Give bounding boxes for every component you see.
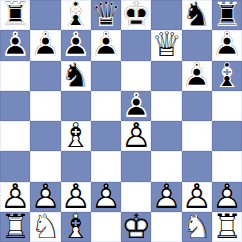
white-bishop-icon: ♗ xyxy=(61,121,91,151)
black-king-icon: ♔ xyxy=(121,0,151,30)
square-f8[interactable] xyxy=(151,0,181,30)
square-a2[interactable]: ♟♙ xyxy=(0,182,30,212)
square-b2[interactable]: ♟♙ xyxy=(30,182,60,212)
black-pawn-icon: ♙ xyxy=(212,30,242,60)
white-bishop-icon: ♗ xyxy=(61,212,91,242)
square-f4[interactable] xyxy=(151,121,181,151)
square-d5[interactable] xyxy=(91,91,121,121)
square-g7[interactable] xyxy=(182,30,212,60)
square-e7[interactable] xyxy=(121,30,151,60)
white-pawn-icon: ♙ xyxy=(121,121,151,151)
black-pawn-icon: ♙ xyxy=(121,91,151,121)
black-pawn-icon: ♙ xyxy=(0,30,30,60)
black-bishop-fill-icon: ♝ xyxy=(212,61,242,91)
square-c8[interactable]: ♝♗ xyxy=(61,0,91,30)
square-f6[interactable] xyxy=(151,61,181,91)
white-pawn-icon: ♙ xyxy=(0,182,30,212)
square-f7[interactable]: ♛♕ xyxy=(151,30,181,60)
square-c4[interactable]: ♝♗ xyxy=(61,121,91,151)
black-knight-fill-icon: ♞ xyxy=(182,0,212,30)
square-b8[interactable] xyxy=(30,0,60,30)
square-h3[interactable] xyxy=(212,151,242,181)
square-d7[interactable]: ♟♙ xyxy=(91,30,121,60)
square-h2[interactable]: ♟♙ xyxy=(212,182,242,212)
black-pawn-icon: ♙ xyxy=(182,61,212,91)
square-c2[interactable]: ♟♙ xyxy=(61,182,91,212)
square-b1[interactable]: ♞♘ xyxy=(30,212,60,242)
white-pawn-fill-icon: ♟ xyxy=(121,121,151,151)
white-knight-icon: ♘ xyxy=(182,212,212,242)
square-a7[interactable]: ♟♙ xyxy=(0,30,30,60)
square-a5[interactable] xyxy=(0,91,30,121)
square-h1[interactable]: ♜♖ xyxy=(212,212,242,242)
black-pawn-fill-icon: ♟ xyxy=(91,30,121,60)
white-pawn-icon: ♙ xyxy=(91,182,121,212)
white-knight-icon: ♘ xyxy=(30,212,60,242)
square-e1[interactable]: ♚♔ xyxy=(121,212,151,242)
square-a8[interactable]: ♜♖ xyxy=(0,0,30,30)
black-pawn-fill-icon: ♟ xyxy=(182,61,212,91)
black-knight-icon: ♘ xyxy=(61,61,91,91)
black-pawn-fill-icon: ♟ xyxy=(121,91,151,121)
square-h6[interactable]: ♝♗ xyxy=(212,61,242,91)
white-rook-icon: ♖ xyxy=(0,212,30,242)
square-c6[interactable]: ♞♘ xyxy=(61,61,91,91)
white-queen-icon: ♕ xyxy=(151,30,181,60)
white-rook-fill-icon: ♜ xyxy=(212,212,242,242)
square-h5[interactable] xyxy=(212,91,242,121)
square-d1[interactable] xyxy=(91,212,121,242)
square-g2[interactable]: ♟♙ xyxy=(182,182,212,212)
square-e6[interactable] xyxy=(121,61,151,91)
white-pawn-fill-icon: ♟ xyxy=(151,182,181,212)
square-e5[interactable]: ♟♙ xyxy=(121,91,151,121)
white-queen-fill-icon: ♛ xyxy=(151,30,181,60)
white-pawn-fill-icon: ♟ xyxy=(30,182,60,212)
black-pawn-icon: ♙ xyxy=(61,30,91,60)
square-a1[interactable]: ♜♖ xyxy=(0,212,30,242)
square-h4[interactable] xyxy=(212,121,242,151)
square-b6[interactable] xyxy=(30,61,60,91)
square-g1[interactable]: ♞♘ xyxy=(182,212,212,242)
square-d3[interactable] xyxy=(91,151,121,181)
black-bishop-icon: ♗ xyxy=(212,61,242,91)
white-pawn-icon: ♙ xyxy=(30,182,60,212)
black-queen-fill-icon: ♛ xyxy=(91,0,121,30)
white-king-icon: ♔ xyxy=(121,212,151,242)
black-pawn-icon: ♙ xyxy=(30,30,60,60)
black-rook-icon: ♖ xyxy=(0,0,30,30)
square-g6[interactable]: ♟♙ xyxy=(182,61,212,91)
square-c7[interactable]: ♟♙ xyxy=(61,30,91,60)
square-f5[interactable] xyxy=(151,91,181,121)
square-d6[interactable] xyxy=(91,61,121,91)
square-h8[interactable]: ♜♖ xyxy=(212,0,242,30)
square-e4[interactable]: ♟♙ xyxy=(121,121,151,151)
square-a4[interactable] xyxy=(0,121,30,151)
square-g4[interactable] xyxy=(182,121,212,151)
square-c1[interactable]: ♝♗ xyxy=(61,212,91,242)
square-e3[interactable] xyxy=(121,151,151,181)
black-king-fill-icon: ♚ xyxy=(121,0,151,30)
square-d4[interactable] xyxy=(91,121,121,151)
square-f2[interactable]: ♟♙ xyxy=(151,182,181,212)
white-knight-fill-icon: ♞ xyxy=(182,212,212,242)
square-g3[interactable] xyxy=(182,151,212,181)
white-knight-fill-icon: ♞ xyxy=(30,212,60,242)
square-c3[interactable] xyxy=(61,151,91,181)
white-king-fill-icon: ♚ xyxy=(121,212,151,242)
square-b5[interactable] xyxy=(30,91,60,121)
black-rook-icon: ♖ xyxy=(212,0,242,30)
square-b4[interactable] xyxy=(30,121,60,151)
white-pawn-icon: ♙ xyxy=(151,182,181,212)
black-pawn-icon: ♙ xyxy=(91,30,121,60)
square-d2[interactable]: ♟♙ xyxy=(91,182,121,212)
white-bishop-fill-icon: ♝ xyxy=(61,212,91,242)
white-pawn-fill-icon: ♟ xyxy=(91,182,121,212)
square-f3[interactable] xyxy=(151,151,181,181)
black-queen-icon: ♕ xyxy=(91,0,121,30)
white-pawn-fill-icon: ♟ xyxy=(212,182,242,212)
black-knight-fill-icon: ♞ xyxy=(61,61,91,91)
black-knight-icon: ♘ xyxy=(182,0,212,30)
black-rook-fill-icon: ♜ xyxy=(0,0,30,30)
white-pawn-icon: ♙ xyxy=(61,182,91,212)
white-rook-icon: ♖ xyxy=(212,212,242,242)
black-pawn-fill-icon: ♟ xyxy=(61,30,91,60)
square-g8[interactable]: ♞♘ xyxy=(182,0,212,30)
square-c5[interactable] xyxy=(61,91,91,121)
white-pawn-icon: ♙ xyxy=(182,182,212,212)
square-h7[interactable]: ♟♙ xyxy=(212,30,242,60)
square-f1[interactable] xyxy=(151,212,181,242)
square-a6[interactable] xyxy=(0,61,30,91)
white-rook-fill-icon: ♜ xyxy=(0,212,30,242)
white-pawn-fill-icon: ♟ xyxy=(61,182,91,212)
square-e8[interactable]: ♚♔ xyxy=(121,0,151,30)
white-bishop-fill-icon: ♝ xyxy=(61,121,91,151)
black-pawn-fill-icon: ♟ xyxy=(212,30,242,60)
square-g5[interactable] xyxy=(182,91,212,121)
white-pawn-icon: ♙ xyxy=(212,182,242,212)
black-pawn-fill-icon: ♟ xyxy=(30,30,60,60)
white-pawn-fill-icon: ♟ xyxy=(182,182,212,212)
square-b7[interactable]: ♟♙ xyxy=(30,30,60,60)
square-e2[interactable] xyxy=(121,182,151,212)
chess-board: ♜♖♝♗♛♕♚♔♞♘♜♖♟♙♟♙♟♙♟♙♛♕♟♙♞♘♟♙♝♗♟♙♝♗♟♙♟♙♟♙… xyxy=(0,0,242,242)
square-b3[interactable] xyxy=(30,151,60,181)
black-bishop-icon: ♗ xyxy=(61,0,91,30)
black-rook-fill-icon: ♜ xyxy=(212,0,242,30)
square-a3[interactable] xyxy=(0,151,30,181)
white-pawn-fill-icon: ♟ xyxy=(0,182,30,212)
black-pawn-fill-icon: ♟ xyxy=(0,30,30,60)
square-d8[interactable]: ♛♕ xyxy=(91,0,121,30)
black-bishop-fill-icon: ♝ xyxy=(61,0,91,30)
